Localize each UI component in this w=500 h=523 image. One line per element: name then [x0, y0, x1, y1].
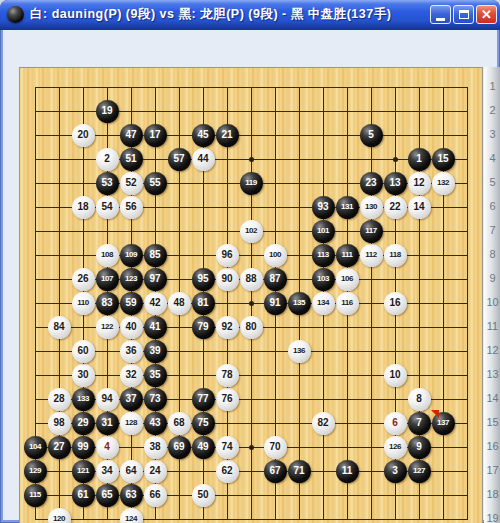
go-board[interactable]: 1234567891011121314151617181920212223242… [20, 68, 482, 523]
stone-55-F5: 55 [144, 172, 167, 195]
stone-97-F9: 97 [144, 268, 167, 291]
stone-96-I8: 96 [216, 244, 239, 267]
stone-123-E9: 123 [120, 268, 143, 291]
row-label-1: 1 [484, 79, 500, 93]
row-label-16: 16 [484, 439, 500, 453]
row-labels-strip: 12345678910111213141516171819 [484, 67, 500, 523]
stone-117-O7: 117 [360, 220, 383, 243]
maximize-button[interactable] [453, 5, 474, 24]
stone-74-I16: 74 [216, 436, 239, 459]
stone-32-E13: 32 [120, 364, 143, 387]
row-label-2: 2 [484, 103, 500, 117]
stone-85-F8: 85 [144, 244, 167, 267]
stone-40-E11: 40 [120, 316, 143, 339]
stone-38-F16: 38 [144, 436, 167, 459]
stone-53-D5: 53 [96, 172, 119, 195]
stone-116-N10: 116 [336, 292, 359, 315]
stone-113-M8: 113 [312, 244, 335, 267]
stone-118-P8: 118 [384, 244, 407, 267]
row-label-14: 14 [484, 391, 500, 405]
stone-101-M7: 101 [312, 220, 335, 243]
stone-45-H3: 45 [192, 124, 215, 147]
stone-75-H15: 75 [192, 412, 215, 435]
stone-35-F13: 35 [144, 364, 167, 387]
row-label-18: 18 [484, 487, 500, 501]
stone-10-P13: 10 [384, 364, 407, 387]
stone-37-E14: 37 [120, 388, 143, 411]
stone-24-F17: 24 [144, 460, 167, 483]
stone-107-D9: 107 [96, 268, 119, 291]
stone-130-O6: 130 [360, 196, 383, 219]
row-label-4: 4 [484, 151, 500, 165]
stone-44-H4: 44 [192, 148, 215, 171]
window-controls: ✕ [430, 5, 497, 24]
row-label-13: 13 [484, 367, 500, 381]
stone-99-C16: 99 [72, 436, 95, 459]
stone-63-E18: 63 [120, 484, 143, 507]
stone-26-C9: 26 [72, 268, 95, 291]
stone-47-E3: 47 [120, 124, 143, 147]
stone-57-G4: 57 [168, 148, 191, 171]
stone-60-C12: 60 [72, 340, 95, 363]
stone-42-F10: 42 [144, 292, 167, 315]
stone-31-D15: 31 [96, 412, 119, 435]
stone-79-H11: 79 [192, 316, 215, 339]
stone-92-I11: 92 [216, 316, 239, 339]
stone-62-I17: 62 [216, 460, 239, 483]
stone-36-E12: 36 [120, 340, 143, 363]
stone-126-P16: 126 [384, 436, 407, 459]
stone-110-C10: 110 [72, 292, 95, 315]
stone-20-C3: 20 [72, 124, 95, 147]
stone-121-C17: 121 [72, 460, 95, 483]
stone-78-I13: 78 [216, 364, 239, 387]
stone-49-H16: 49 [192, 436, 215, 459]
stone-13-P5: 13 [384, 172, 407, 195]
stone-98-B15: 98 [48, 412, 71, 435]
stone-12-Q5: 12 [408, 172, 431, 195]
stone-106-N9: 106 [336, 268, 359, 291]
stone-8-Q14: 8 [408, 388, 431, 411]
stone-48-G10: 48 [168, 292, 191, 315]
stone-61-C18: 61 [72, 484, 95, 507]
row-label-12: 12 [484, 343, 500, 357]
row-label-3: 3 [484, 127, 500, 141]
stone-65-D18: 65 [96, 484, 119, 507]
stone-43-F15: 43 [144, 412, 167, 435]
stone-132-R5: 132 [432, 172, 455, 195]
row-label-8: 8 [484, 247, 500, 261]
window-title: 白: dauning(P) (9段) vs 黑: 龙胆(P) (9段) - 黑 … [30, 6, 430, 23]
stone-129-A17: 129 [24, 460, 47, 483]
stone-119-J5: 119 [240, 172, 263, 195]
stone-135-L10: 135 [288, 292, 311, 315]
stone-112-O8: 112 [360, 244, 383, 267]
stone-84-B11: 84 [48, 316, 71, 339]
stone-67-K17: 67 [264, 460, 287, 483]
stone-19-D2: 19 [96, 100, 119, 123]
stone-7-Q15: 7 [408, 412, 431, 435]
stone-100-K8: 100 [264, 244, 287, 267]
stone-3-P17: 3 [384, 460, 407, 483]
stone-15-R4: 15 [432, 148, 455, 171]
stone-17-F3: 17 [144, 124, 167, 147]
stone-34-D17: 34 [96, 460, 119, 483]
stone-22-P6: 22 [384, 196, 407, 219]
stone-28-B14: 28 [48, 388, 71, 411]
stone-1-Q4: 1 [408, 148, 431, 171]
stone-94-D14: 94 [96, 388, 119, 411]
row-label-6: 6 [484, 199, 500, 213]
stone-21-I3: 21 [216, 124, 239, 147]
stone-103-M9: 103 [312, 268, 335, 291]
stone-52-E5: 52 [120, 172, 143, 195]
stone-95-H9: 95 [192, 268, 215, 291]
stone-120-B19: 120 [48, 508, 71, 523]
stone-127-Q17: 127 [408, 460, 431, 483]
stone-39-F12: 39 [144, 340, 167, 363]
stone-88-J9: 88 [240, 268, 263, 291]
stone-128-E15: 128 [120, 412, 143, 435]
go-stone-app-icon[interactable] [7, 6, 24, 23]
stone-18-C6: 18 [72, 196, 95, 219]
titlebar[interactable]: 白: dauning(P) (9段) vs 黑: 龙胆(P) (9段) - 黑 … [0, 0, 500, 30]
stone-41-F11: 41 [144, 316, 167, 339]
stone-102-J7: 102 [240, 220, 263, 243]
stone-131-N6: 131 [336, 196, 359, 219]
stone-115-A18: 115 [24, 484, 47, 507]
stone-23-O5: 23 [360, 172, 383, 195]
row-label-10: 10 [484, 295, 500, 309]
stone-69-G16: 69 [168, 436, 191, 459]
row-label-7: 7 [484, 223, 500, 237]
stone-59-E10: 59 [120, 292, 143, 315]
stone-11-N17: 11 [336, 460, 359, 483]
close-button[interactable]: ✕ [476, 5, 497, 24]
row-label-5: 5 [484, 175, 500, 189]
stone-82-M15: 82 [312, 412, 335, 435]
maximize-icon [459, 10, 469, 19]
row-label-9: 9 [484, 271, 500, 285]
stone-51-E4: 51 [120, 148, 143, 171]
stone-104-A16: 104 [24, 436, 47, 459]
stone-83-D10: 83 [96, 292, 119, 315]
stone-4-D16: 4 [96, 436, 119, 459]
stone-87-K9: 87 [264, 268, 287, 291]
stone-70-K16: 70 [264, 436, 287, 459]
stone-14-Q6: 14 [408, 196, 431, 219]
stone-109-E8: 109 [120, 244, 143, 267]
stone-30-C13: 30 [72, 364, 95, 387]
stone-134-M10: 134 [312, 292, 335, 315]
stone-66-F18: 66 [144, 484, 167, 507]
stone-93-M6: 93 [312, 196, 335, 219]
stone-91-K10: 91 [264, 292, 287, 315]
stone-71-L17: 71 [288, 460, 311, 483]
stone-6-P15: 6 [384, 412, 407, 435]
close-icon: ✕ [481, 8, 492, 21]
stone-27-B16: 27 [48, 436, 71, 459]
stone-122-D11: 122 [96, 316, 119, 339]
minimize-icon [436, 18, 445, 21]
stone-90-I9: 90 [216, 268, 239, 291]
client-area: 1234567891011121314151617181920212223242… [3, 30, 497, 520]
row-label-15: 15 [484, 415, 500, 429]
stone-73-F14: 73 [144, 388, 167, 411]
stone-124-E19: 124 [120, 508, 143, 523]
stone-111-N8: 111 [336, 244, 359, 267]
stone-50-H18: 50 [192, 484, 215, 507]
stone-76-I14: 76 [216, 388, 239, 411]
row-label-17: 17 [484, 463, 500, 477]
stone-81-H10: 81 [192, 292, 215, 315]
stone-9-Q16: 9 [408, 436, 431, 459]
stone-136-L12: 136 [288, 340, 311, 363]
stone-80-J11: 80 [240, 316, 263, 339]
stone-29-C15: 29 [72, 412, 95, 435]
row-label-19: 19 [484, 511, 500, 523]
stone-56-E6: 56 [120, 196, 143, 219]
board-frame: 1234567891011121314151617181920212223242… [19, 67, 483, 523]
stone-77-H14: 77 [192, 388, 215, 411]
stone-5-O3: 5 [360, 124, 383, 147]
stone-54-D6: 54 [96, 196, 119, 219]
stones-layer: 1234567891011121314151617181920212223242… [23, 75, 479, 523]
stone-133-C14: 133 [72, 388, 95, 411]
stone-108-D8: 108 [96, 244, 119, 267]
app-window: 白: dauning(P) (9段) vs 黑: 龙胆(P) (9段) - 黑 … [0, 0, 500, 523]
stone-2-D4: 2 [96, 148, 119, 171]
row-label-11: 11 [484, 319, 500, 333]
stone-68-G15: 68 [168, 412, 191, 435]
minimize-button[interactable] [430, 5, 451, 24]
last-move-marker [431, 410, 439, 418]
stone-16-P10: 16 [384, 292, 407, 315]
stone-64-E17: 64 [120, 460, 143, 483]
stone-137-R15: 137 [432, 412, 455, 435]
